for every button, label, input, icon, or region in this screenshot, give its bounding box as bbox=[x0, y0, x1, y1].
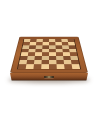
square-h3 bbox=[70, 56, 78, 60]
square-h6 bbox=[69, 45, 76, 48]
square-d1 bbox=[41, 64, 49, 69]
square-h1 bbox=[72, 64, 81, 69]
square-d6 bbox=[42, 45, 49, 48]
chessboard-grid bbox=[17, 39, 81, 70]
square-d3 bbox=[42, 56, 49, 60]
chessboard-frame bbox=[10, 37, 88, 73]
product-photo bbox=[0, 0, 98, 124]
board-front-edge bbox=[10, 73, 88, 81]
brand-plaque bbox=[44, 76, 54, 79]
